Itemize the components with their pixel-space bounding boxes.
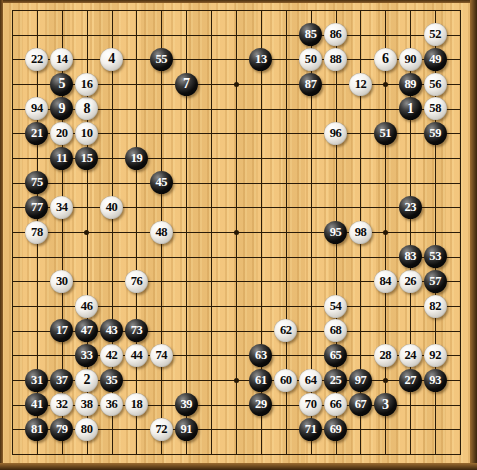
stone-white-60[interactable]: 60 xyxy=(274,369,297,392)
move-number: 56 xyxy=(429,78,441,91)
move-number: 73 xyxy=(131,324,143,337)
move-number: 53 xyxy=(429,250,441,263)
stone-white-54[interactable]: 54 xyxy=(324,295,347,318)
move-number: 15 xyxy=(81,152,93,165)
move-number: 96 xyxy=(330,127,342,140)
stone-black-91[interactable]: 91 xyxy=(175,418,198,441)
move-number: 1 xyxy=(407,102,414,116)
move-number: 91 xyxy=(180,423,192,436)
stone-white-86[interactable]: 86 xyxy=(324,23,347,46)
move-number: 49 xyxy=(429,53,441,66)
move-number: 79 xyxy=(56,423,68,436)
move-number: 62 xyxy=(280,324,292,337)
stone-black-41[interactable]: 41 xyxy=(25,393,48,416)
move-number: 52 xyxy=(429,28,441,41)
move-number: 76 xyxy=(131,275,143,288)
move-number: 67 xyxy=(355,398,367,411)
move-number: 28 xyxy=(380,349,392,362)
stone-black-35[interactable]: 35 xyxy=(100,369,123,392)
move-number: 74 xyxy=(156,349,168,362)
stone-black-27[interactable]: 27 xyxy=(399,369,422,392)
move-number: 85 xyxy=(305,28,317,41)
stone-white-56[interactable]: 56 xyxy=(424,73,447,96)
move-number: 17 xyxy=(56,324,68,337)
stone-white-14[interactable]: 14 xyxy=(50,48,73,71)
stone-white-4[interactable]: 4 xyxy=(100,48,123,71)
move-number: 41 xyxy=(31,398,43,411)
move-number: 78 xyxy=(31,226,43,239)
move-number: 31 xyxy=(31,374,43,387)
stone-white-70[interactable]: 70 xyxy=(299,393,322,416)
stone-white-40[interactable]: 40 xyxy=(100,196,123,219)
stone-black-45[interactable]: 45 xyxy=(150,171,173,194)
stone-white-28[interactable]: 28 xyxy=(374,344,397,367)
move-number: 19 xyxy=(131,152,143,165)
stone-black-29[interactable]: 29 xyxy=(249,393,272,416)
move-number: 6 xyxy=(382,52,389,66)
move-number: 57 xyxy=(429,275,441,288)
move-number: 18 xyxy=(131,398,143,411)
stone-black-73[interactable]: 73 xyxy=(125,319,148,342)
stone-white-30[interactable]: 30 xyxy=(50,270,73,293)
move-number: 24 xyxy=(404,349,416,362)
stone-white-76[interactable]: 76 xyxy=(125,270,148,293)
move-number: 83 xyxy=(404,250,416,263)
move-number: 5 xyxy=(59,77,66,91)
go-board[interactable]: 1234567891011121314151617181920212223242… xyxy=(0,0,473,466)
stone-black-3[interactable]: 3 xyxy=(374,393,397,416)
move-number: 13 xyxy=(255,53,267,66)
move-number: 34 xyxy=(56,201,68,214)
move-number: 75 xyxy=(31,176,43,189)
move-number: 63 xyxy=(255,349,267,362)
star-point xyxy=(234,82,239,87)
move-number: 27 xyxy=(404,374,416,387)
move-number: 35 xyxy=(106,374,118,387)
move-number: 93 xyxy=(429,374,441,387)
stone-black-37[interactable]: 37 xyxy=(50,369,73,392)
move-number: 92 xyxy=(429,349,441,362)
stone-white-32[interactable]: 32 xyxy=(50,393,73,416)
stone-black-57[interactable]: 57 xyxy=(424,270,447,293)
stone-white-66[interactable]: 66 xyxy=(324,393,347,416)
stone-black-55[interactable]: 55 xyxy=(150,48,173,71)
stone-black-39[interactable]: 39 xyxy=(175,393,198,416)
stone-white-38[interactable]: 38 xyxy=(75,393,98,416)
stone-black-15[interactable]: 15 xyxy=(75,147,98,170)
move-number: 89 xyxy=(404,78,416,91)
move-number: 70 xyxy=(305,398,317,411)
stone-white-52[interactable]: 52 xyxy=(424,23,447,46)
stone-black-47[interactable]: 47 xyxy=(75,319,98,342)
star-point xyxy=(234,378,239,383)
move-number: 60 xyxy=(280,374,292,387)
move-number: 64 xyxy=(305,374,317,387)
move-number: 98 xyxy=(355,226,367,239)
stone-white-78[interactable]: 78 xyxy=(25,221,48,244)
stone-white-58[interactable]: 58 xyxy=(424,97,447,120)
stone-white-10[interactable]: 10 xyxy=(75,122,98,145)
move-number: 45 xyxy=(156,176,168,189)
move-number: 88 xyxy=(330,53,342,66)
stone-white-88[interactable]: 88 xyxy=(324,48,347,71)
stone-black-63[interactable]: 63 xyxy=(249,344,272,367)
stone-white-46[interactable]: 46 xyxy=(75,295,98,318)
stone-black-43[interactable]: 43 xyxy=(100,319,123,342)
stone-black-85[interactable]: 85 xyxy=(299,23,322,46)
stone-white-12[interactable]: 12 xyxy=(349,73,372,96)
stone-white-24[interactable]: 24 xyxy=(399,344,422,367)
move-number: 51 xyxy=(380,127,392,140)
move-number: 58 xyxy=(429,102,441,115)
star-point xyxy=(383,230,388,235)
stone-white-98[interactable]: 98 xyxy=(349,221,372,244)
move-number: 30 xyxy=(56,275,68,288)
stone-white-34[interactable]: 34 xyxy=(50,196,73,219)
move-number: 16 xyxy=(81,78,93,91)
stone-white-94[interactable]: 94 xyxy=(25,97,48,120)
stone-black-49[interactable]: 49 xyxy=(424,48,447,71)
stone-black-1[interactable]: 1 xyxy=(399,97,422,120)
move-number: 3 xyxy=(382,398,389,412)
stone-white-64[interactable]: 64 xyxy=(299,369,322,392)
go-board-diagram: 1234567891011121314151617181920212223242… xyxy=(0,0,477,470)
star-point xyxy=(383,82,388,87)
stone-white-44[interactable]: 44 xyxy=(125,344,148,367)
move-number: 26 xyxy=(404,275,416,288)
stone-black-19[interactable]: 19 xyxy=(125,147,148,170)
move-number: 43 xyxy=(106,324,118,337)
move-number: 80 xyxy=(81,423,93,436)
stone-white-82[interactable]: 82 xyxy=(424,295,447,318)
stone-white-72[interactable]: 72 xyxy=(150,418,173,441)
stone-black-31[interactable]: 31 xyxy=(25,369,48,392)
move-number: 33 xyxy=(81,349,93,362)
stone-black-65[interactable]: 65 xyxy=(324,344,347,367)
move-number: 38 xyxy=(81,398,93,411)
stone-white-62[interactable]: 62 xyxy=(274,319,297,342)
move-number: 97 xyxy=(355,374,367,387)
move-number: 65 xyxy=(330,349,342,362)
move-number: 95 xyxy=(330,226,342,239)
stone-white-84[interactable]: 84 xyxy=(374,270,397,293)
stone-black-13[interactable]: 13 xyxy=(249,48,272,71)
stone-white-26[interactable]: 26 xyxy=(399,270,422,293)
stone-black-53[interactable]: 53 xyxy=(424,245,447,268)
stone-white-48[interactable]: 48 xyxy=(150,221,173,244)
star-point xyxy=(383,378,388,383)
stone-white-6[interactable]: 6 xyxy=(374,48,397,71)
stone-black-25[interactable]: 25 xyxy=(324,369,347,392)
stone-white-36[interactable]: 36 xyxy=(100,393,123,416)
move-number: 54 xyxy=(330,300,342,313)
stone-black-97[interactable]: 97 xyxy=(349,369,372,392)
move-number: 39 xyxy=(180,398,192,411)
stone-white-74[interactable]: 74 xyxy=(150,344,173,367)
move-number: 46 xyxy=(81,300,93,313)
stone-black-9[interactable]: 9 xyxy=(50,97,73,120)
move-number: 7 xyxy=(183,77,190,91)
stone-white-50[interactable]: 50 xyxy=(299,48,322,71)
stone-white-8[interactable]: 8 xyxy=(75,97,98,120)
stone-white-92[interactable]: 92 xyxy=(424,344,447,367)
move-number: 11 xyxy=(56,152,67,165)
stone-black-81[interactable]: 81 xyxy=(25,418,48,441)
stone-white-68[interactable]: 68 xyxy=(324,319,347,342)
move-number: 66 xyxy=(330,398,342,411)
move-number: 40 xyxy=(106,201,118,214)
move-number: 25 xyxy=(330,374,342,387)
stone-black-61[interactable]: 61 xyxy=(249,369,272,392)
stone-white-90[interactable]: 90 xyxy=(399,48,422,71)
move-number: 72 xyxy=(156,423,168,436)
star-point xyxy=(84,230,89,235)
stone-black-87[interactable]: 87 xyxy=(299,73,322,96)
move-number: 68 xyxy=(330,324,342,337)
stone-white-42[interactable]: 42 xyxy=(100,344,123,367)
move-number: 86 xyxy=(330,28,342,41)
move-number: 59 xyxy=(429,127,441,140)
move-number: 94 xyxy=(31,102,43,115)
move-number: 22 xyxy=(31,53,43,66)
stone-black-71[interactable]: 71 xyxy=(299,418,322,441)
move-number: 71 xyxy=(305,423,317,436)
move-number: 82 xyxy=(429,300,441,313)
move-number: 8 xyxy=(83,102,90,116)
move-number: 23 xyxy=(404,201,416,214)
stone-black-51[interactable]: 51 xyxy=(374,122,397,145)
move-number: 37 xyxy=(56,374,68,387)
stone-black-69[interactable]: 69 xyxy=(324,418,347,441)
stone-black-59[interactable]: 59 xyxy=(424,122,447,145)
move-number: 84 xyxy=(380,275,392,288)
stone-black-79[interactable]: 79 xyxy=(50,418,73,441)
stone-black-7[interactable]: 7 xyxy=(175,73,198,96)
stone-black-83[interactable]: 83 xyxy=(399,245,422,268)
move-number: 61 xyxy=(255,374,267,387)
move-number: 69 xyxy=(330,423,342,436)
stone-black-5[interactable]: 5 xyxy=(50,73,73,96)
move-number: 48 xyxy=(156,226,168,239)
stone-white-16[interactable]: 16 xyxy=(75,73,98,96)
stone-white-80[interactable]: 80 xyxy=(75,418,98,441)
move-number: 14 xyxy=(56,53,68,66)
stone-black-75[interactable]: 75 xyxy=(25,171,48,194)
stone-white-22[interactable]: 22 xyxy=(25,48,48,71)
stone-black-23[interactable]: 23 xyxy=(399,196,422,219)
move-number: 29 xyxy=(255,398,267,411)
move-number: 87 xyxy=(305,78,317,91)
stone-white-18[interactable]: 18 xyxy=(125,393,148,416)
move-number: 9 xyxy=(59,102,66,116)
stone-black-21[interactable]: 21 xyxy=(25,122,48,145)
stone-black-67[interactable]: 67 xyxy=(349,393,372,416)
stone-black-93[interactable]: 93 xyxy=(424,369,447,392)
stone-white-20[interactable]: 20 xyxy=(50,122,73,145)
move-number: 36 xyxy=(106,398,118,411)
stone-black-33[interactable]: 33 xyxy=(75,344,98,367)
stone-black-17[interactable]: 17 xyxy=(50,319,73,342)
stone-white-2[interactable]: 2 xyxy=(75,369,98,392)
move-number: 32 xyxy=(56,398,68,411)
move-number: 77 xyxy=(31,201,43,214)
stone-white-96[interactable]: 96 xyxy=(324,122,347,145)
move-number: 12 xyxy=(355,78,367,91)
move-number: 47 xyxy=(81,324,93,337)
move-number: 20 xyxy=(56,127,68,140)
move-number: 90 xyxy=(404,53,416,66)
move-number: 50 xyxy=(305,53,317,66)
move-number: 2 xyxy=(83,373,90,387)
stone-black-11[interactable]: 11 xyxy=(50,147,73,170)
move-number: 42 xyxy=(106,349,118,362)
star-point xyxy=(234,230,239,235)
move-number: 55 xyxy=(156,53,168,66)
stone-black-89[interactable]: 89 xyxy=(399,73,422,96)
stone-black-95[interactable]: 95 xyxy=(324,221,347,244)
move-number: 4 xyxy=(108,52,115,66)
move-number: 81 xyxy=(31,423,43,436)
move-number: 10 xyxy=(81,127,93,140)
stone-black-77[interactable]: 77 xyxy=(25,196,48,219)
move-number: 44 xyxy=(131,349,143,362)
move-number: 21 xyxy=(31,127,43,140)
